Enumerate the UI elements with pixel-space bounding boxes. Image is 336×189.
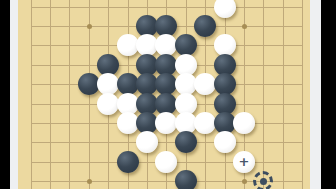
black-stone [175, 131, 197, 153]
star-point [242, 179, 247, 184]
left-letterbox-bar [0, 0, 10, 189]
black-stone [175, 170, 197, 189]
placement-target-center-dot [260, 178, 267, 185]
black-stone [214, 73, 236, 95]
black-stone [194, 15, 216, 37]
star-point [87, 24, 92, 29]
placement-target-icon[interactable] [253, 171, 273, 189]
star-point [87, 179, 92, 184]
grid-line-horizontal [31, 7, 304, 8]
right-letterbox-bar [321, 0, 336, 189]
white-stone [194, 73, 216, 95]
left-page-strip [10, 0, 18, 189]
last-move-marker: + [239, 155, 250, 168]
black-stone [117, 151, 139, 173]
grid-line-vertical [50, 0, 51, 189]
right-page-strip [310, 0, 321, 189]
gomoku-board[interactable]: + [18, 0, 311, 189]
white-stone [97, 73, 119, 95]
star-point [242, 24, 247, 29]
grid-line-vertical [31, 0, 32, 189]
grid-line-vertical [302, 0, 303, 189]
white-stone [155, 151, 177, 173]
white-stone [194, 112, 216, 134]
white-stone [97, 93, 119, 115]
video-frame: + [0, 0, 336, 189]
grid-line-horizontal [31, 142, 304, 143]
white-stone [214, 0, 236, 18]
white-stone [136, 131, 158, 153]
grid-line-vertical [283, 0, 284, 189]
white-stone [214, 131, 236, 153]
white-stone: + [233, 151, 255, 173]
white-stone [233, 112, 255, 134]
grid-line-vertical [263, 0, 264, 189]
grid-line-vertical [69, 0, 70, 189]
